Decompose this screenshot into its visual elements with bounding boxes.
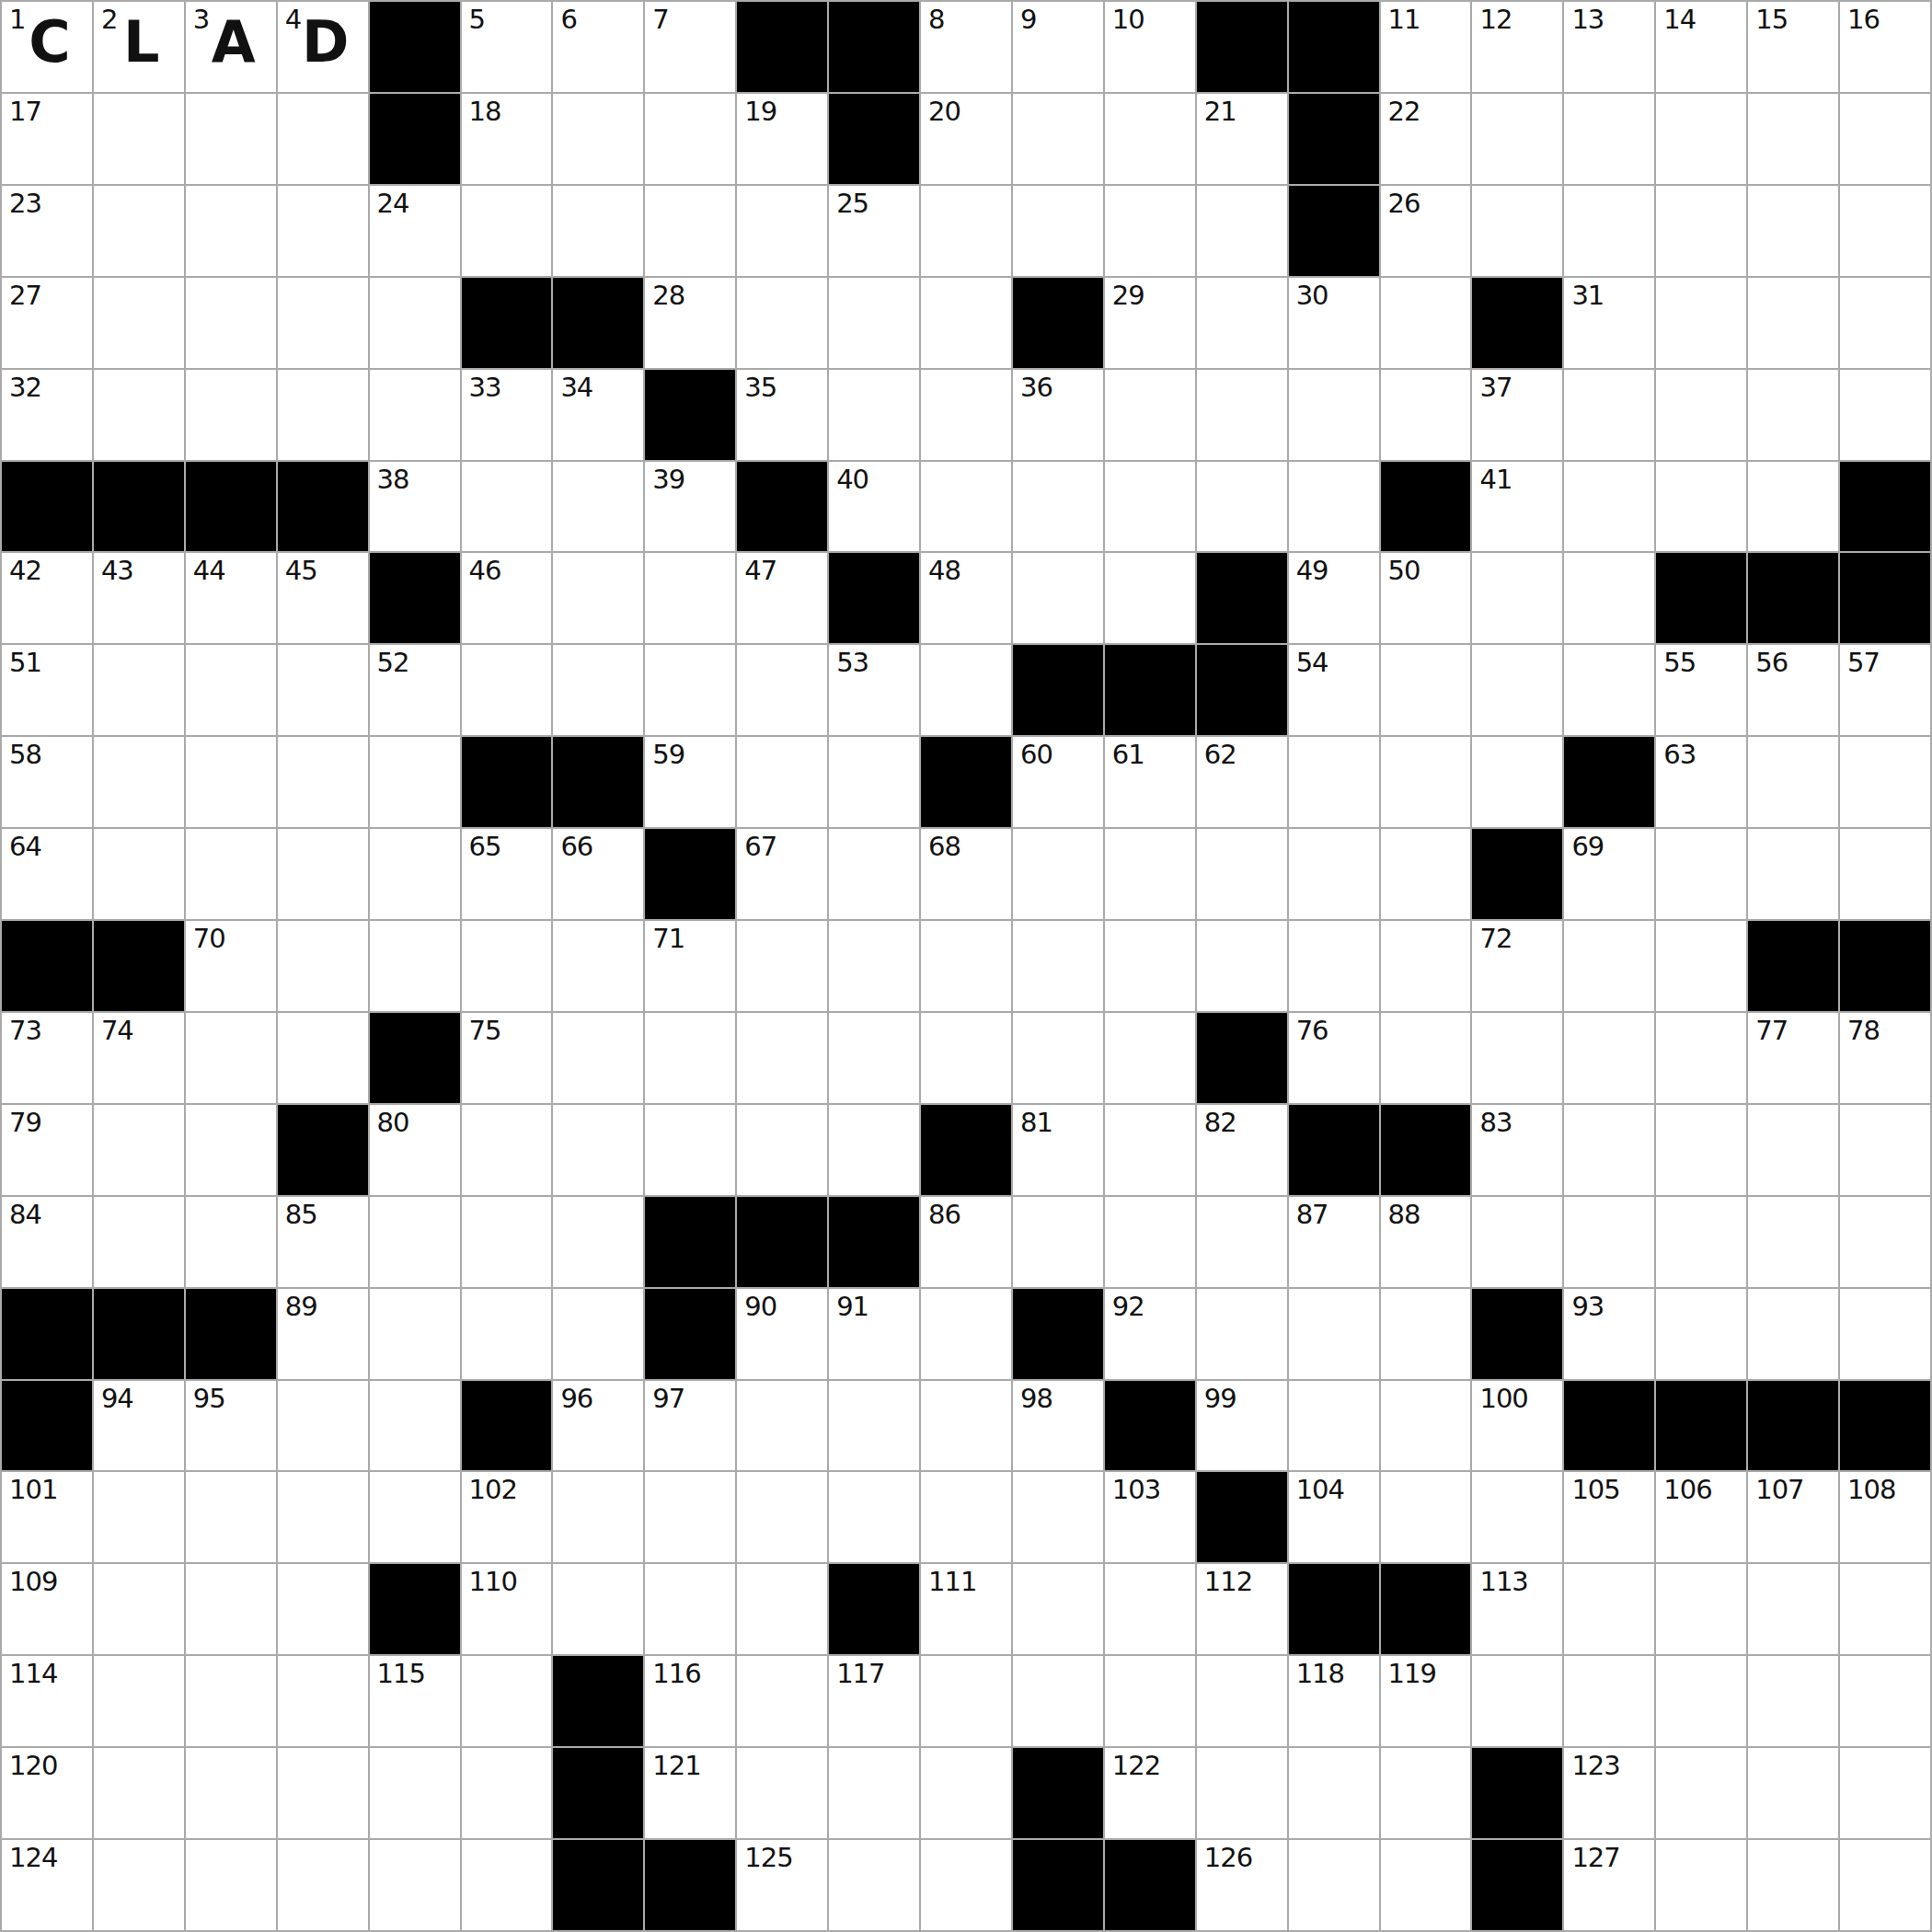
white-cell-r2c17[interactable]: [1472, 94, 1562, 184]
white-cell-r19c9[interactable]: [737, 1656, 827, 1746]
white-cell-r5c21[interactable]: [1840, 370, 1930, 460]
white-cell-r19c21[interactable]: [1840, 1656, 1930, 1746]
white-cell-r15c7[interactable]: [553, 1289, 643, 1379]
white-cell-r5c10[interactable]: [829, 370, 919, 460]
white-cell-r11c11[interactable]: [921, 921, 1011, 1011]
white-cell-r11c4[interactable]: [278, 921, 368, 1011]
white-cell-r10c9[interactable]: 67: [737, 829, 827, 919]
white-cell-r1c19[interactable]: 14: [1656, 2, 1746, 92]
white-cell-r7c9[interactable]: 47: [737, 553, 827, 643]
white-cell-r3c19[interactable]: [1656, 186, 1746, 276]
white-cell-r1c12[interactable]: 9: [1013, 2, 1103, 92]
white-cell-r10c13[interactable]: [1105, 829, 1195, 919]
white-cell-r18c1[interactable]: 109: [2, 1564, 92, 1654]
white-cell-r8c20[interactable]: 56: [1748, 645, 1838, 735]
white-cell-r18c4[interactable]: [278, 1564, 368, 1654]
white-cell-r16c12[interactable]: 98: [1013, 1381, 1103, 1471]
white-cell-r3c20[interactable]: [1748, 186, 1838, 276]
white-cell-r21c21[interactable]: [1840, 1840, 1930, 1930]
white-cell-r13c20[interactable]: [1748, 1105, 1838, 1195]
white-cell-r12c13[interactable]: [1105, 1013, 1195, 1103]
white-cell-r5c5[interactable]: [370, 370, 460, 460]
white-cell-r21c14[interactable]: 126: [1197, 1840, 1287, 1930]
white-cell-r7c4[interactable]: 45: [278, 553, 368, 643]
white-cell-r12c2[interactable]: 74: [94, 1013, 184, 1103]
white-cell-r3c3[interactable]: [186, 186, 276, 276]
white-cell-r20c1[interactable]: 120: [2, 1748, 92, 1838]
white-cell-r6c5[interactable]: 38: [370, 462, 460, 552]
white-cell-r10c15[interactable]: [1289, 829, 1379, 919]
white-cell-r3c6[interactable]: [462, 186, 552, 276]
white-cell-r12c19[interactable]: [1656, 1013, 1746, 1103]
white-cell-r20c3[interactable]: [186, 1748, 276, 1838]
white-cell-r18c14[interactable]: 112: [1197, 1564, 1287, 1654]
white-cell-r16c17[interactable]: 100: [1472, 1381, 1562, 1471]
white-cell-r13c5[interactable]: 80: [370, 1105, 460, 1195]
white-cell-r19c2[interactable]: [94, 1656, 184, 1746]
white-cell-r10c11[interactable]: 68: [921, 829, 1011, 919]
white-cell-r12c8[interactable]: [645, 1013, 735, 1103]
white-cell-r14c13[interactable]: [1105, 1197, 1195, 1287]
white-cell-r19c3[interactable]: [186, 1656, 276, 1746]
white-cell-r8c18[interactable]: [1564, 645, 1654, 735]
white-cell-r15c13[interactable]: 92: [1105, 1289, 1195, 1379]
white-cell-r17c16[interactable]: [1381, 1472, 1471, 1562]
white-cell-r5c16[interactable]: [1381, 370, 1471, 460]
white-cell-r13c19[interactable]: [1656, 1105, 1746, 1195]
white-cell-r19c14[interactable]: [1197, 1656, 1287, 1746]
white-cell-r19c16[interactable]: 119: [1381, 1656, 1471, 1746]
white-cell-r8c2[interactable]: [94, 645, 184, 735]
white-cell-r15c15[interactable]: [1289, 1289, 1379, 1379]
white-cell-r17c1[interactable]: 101: [2, 1472, 92, 1562]
white-cell-r12c10[interactable]: [829, 1013, 919, 1103]
white-cell-r9c20[interactable]: [1748, 737, 1838, 827]
white-cell-r2c13[interactable]: [1105, 94, 1195, 184]
white-cell-r8c16[interactable]: [1381, 645, 1471, 735]
white-cell-r1c6[interactable]: 5: [462, 2, 552, 92]
white-cell-r5c1[interactable]: 32: [2, 370, 92, 460]
white-cell-r2c7[interactable]: [553, 94, 643, 184]
white-cell-r1c20[interactable]: 15: [1748, 2, 1838, 92]
white-cell-r5c14[interactable]: [1197, 370, 1287, 460]
white-cell-r4c16[interactable]: [1381, 278, 1471, 368]
white-cell-r14c12[interactable]: [1013, 1197, 1103, 1287]
white-cell-r18c8[interactable]: [645, 1564, 735, 1654]
white-cell-r14c6[interactable]: [462, 1197, 552, 1287]
white-cell-r15c11[interactable]: [921, 1289, 1011, 1379]
white-cell-r3c21[interactable]: [1840, 186, 1930, 276]
white-cell-r20c14[interactable]: [1197, 1748, 1287, 1838]
white-cell-r15c10[interactable]: 91: [829, 1289, 919, 1379]
white-cell-r17c6[interactable]: 102: [462, 1472, 552, 1562]
white-cell-r13c13[interactable]: [1105, 1105, 1195, 1195]
white-cell-r20c16[interactable]: [1381, 1748, 1471, 1838]
white-cell-r19c4[interactable]: [278, 1656, 368, 1746]
white-cell-r16c5[interactable]: [370, 1381, 460, 1471]
white-cell-r4c20[interactable]: [1748, 278, 1838, 368]
white-cell-r14c18[interactable]: [1564, 1197, 1654, 1287]
white-cell-r3c11[interactable]: [921, 186, 1011, 276]
white-cell-r9c3[interactable]: [186, 737, 276, 827]
white-cell-r17c21[interactable]: 108: [1840, 1472, 1930, 1562]
white-cell-r6c6[interactable]: [462, 462, 552, 552]
white-cell-r19c5[interactable]: 115: [370, 1656, 460, 1746]
white-cell-r17c19[interactable]: 106: [1656, 1472, 1746, 1562]
white-cell-r12c1[interactable]: 73: [2, 1013, 92, 1103]
white-cell-r6c20[interactable]: [1748, 462, 1838, 552]
white-cell-r18c20[interactable]: [1748, 1564, 1838, 1654]
white-cell-r6c15[interactable]: [1289, 462, 1379, 552]
white-cell-r14c5[interactable]: [370, 1197, 460, 1287]
white-cell-r5c11[interactable]: [921, 370, 1011, 460]
white-cell-r18c6[interactable]: 110: [462, 1564, 552, 1654]
white-cell-r21c2[interactable]: [94, 1840, 184, 1930]
white-cell-r10c21[interactable]: [1840, 829, 1930, 919]
white-cell-r18c3[interactable]: [186, 1564, 276, 1654]
white-cell-r4c2[interactable]: [94, 278, 184, 368]
white-cell-r18c2[interactable]: [94, 1564, 184, 1654]
white-cell-r9c19[interactable]: 63: [1656, 737, 1746, 827]
white-cell-r4c9[interactable]: [737, 278, 827, 368]
white-cell-r7c6[interactable]: 46: [462, 553, 552, 643]
white-cell-r15c16[interactable]: [1381, 1289, 1471, 1379]
white-cell-r21c6[interactable]: [462, 1840, 552, 1930]
white-cell-r9c15[interactable]: [1289, 737, 1379, 827]
white-cell-r20c2[interactable]: [94, 1748, 184, 1838]
white-cell-r20c19[interactable]: [1656, 1748, 1746, 1838]
white-cell-r17c8[interactable]: [645, 1472, 735, 1562]
white-cell-r3c12[interactable]: [1013, 186, 1103, 276]
white-cell-r11c16[interactable]: [1381, 921, 1471, 1011]
white-cell-r8c4[interactable]: [278, 645, 368, 735]
white-cell-r3c4[interactable]: [278, 186, 368, 276]
white-cell-r12c20[interactable]: 77: [1748, 1013, 1838, 1103]
white-cell-r20c5[interactable]: [370, 1748, 460, 1838]
white-cell-r7c16[interactable]: 50: [1381, 553, 1471, 643]
white-cell-r5c19[interactable]: [1656, 370, 1746, 460]
white-cell-r17c4[interactable]: [278, 1472, 368, 1562]
white-cell-r4c21[interactable]: [1840, 278, 1930, 368]
white-cell-r1c1[interactable]: 1C: [2, 2, 92, 92]
white-cell-r17c12[interactable]: [1013, 1472, 1103, 1562]
white-cell-r13c14[interactable]: 82: [1197, 1105, 1287, 1195]
white-cell-r3c1[interactable]: 23: [2, 186, 92, 276]
white-cell-r18c19[interactable]: [1656, 1564, 1746, 1654]
white-cell-r8c8[interactable]: [645, 645, 735, 735]
white-cell-r1c4[interactable]: 4D: [278, 2, 368, 92]
white-cell-r17c13[interactable]: 103: [1105, 1472, 1195, 1562]
white-cell-r7c13[interactable]: [1105, 553, 1195, 643]
white-cell-r16c16[interactable]: [1381, 1381, 1471, 1471]
white-cell-r10c10[interactable]: [829, 829, 919, 919]
white-cell-r9c17[interactable]: [1472, 737, 1562, 827]
white-cell-r13c1[interactable]: 79: [2, 1105, 92, 1195]
white-cell-r7c7[interactable]: [553, 553, 643, 643]
white-cell-r6c14[interactable]: [1197, 462, 1287, 552]
white-cell-r19c20[interactable]: [1748, 1656, 1838, 1746]
white-cell-r16c11[interactable]: [921, 1381, 1011, 1471]
white-cell-r3c9[interactable]: [737, 186, 827, 276]
white-cell-r20c20[interactable]: [1748, 1748, 1838, 1838]
white-cell-r11c6[interactable]: [462, 921, 552, 1011]
white-cell-r6c10[interactable]: 40: [829, 462, 919, 552]
white-cell-r20c15[interactable]: [1289, 1748, 1379, 1838]
white-cell-r11c14[interactable]: [1197, 921, 1287, 1011]
white-cell-r14c16[interactable]: 88: [1381, 1197, 1471, 1287]
white-cell-r14c1[interactable]: 84: [2, 1197, 92, 1287]
white-cell-r12c16[interactable]: [1381, 1013, 1471, 1103]
white-cell-r11c15[interactable]: [1289, 921, 1379, 1011]
white-cell-r4c15[interactable]: 30: [1289, 278, 1379, 368]
white-cell-r2c11[interactable]: 20: [921, 94, 1011, 184]
white-cell-r7c15[interactable]: 49: [1289, 553, 1379, 643]
white-cell-r12c4[interactable]: [278, 1013, 368, 1103]
white-cell-r15c20[interactable]: [1748, 1289, 1838, 1379]
white-cell-r20c8[interactable]: 121: [645, 1748, 735, 1838]
white-cell-r9c2[interactable]: [94, 737, 184, 827]
white-cell-r12c18[interactable]: [1564, 1013, 1654, 1103]
white-cell-r1c13[interactable]: 10: [1105, 2, 1195, 92]
white-cell-r18c11[interactable]: 111: [921, 1564, 1011, 1654]
white-cell-r8c17[interactable]: [1472, 645, 1562, 735]
white-cell-r10c1[interactable]: 64: [2, 829, 92, 919]
white-cell-r15c19[interactable]: [1656, 1289, 1746, 1379]
white-cell-r19c6[interactable]: [462, 1656, 552, 1746]
white-cell-r3c14[interactable]: [1197, 186, 1287, 276]
white-cell-r10c19[interactable]: [1656, 829, 1746, 919]
white-cell-r9c16[interactable]: [1381, 737, 1471, 827]
white-cell-r6c13[interactable]: [1105, 462, 1195, 552]
white-cell-r18c12[interactable]: [1013, 1564, 1103, 1654]
white-cell-r19c17[interactable]: [1472, 1656, 1562, 1746]
white-cell-r10c7[interactable]: 66: [553, 829, 643, 919]
white-cell-r4c19[interactable]: [1656, 278, 1746, 368]
white-cell-r6c12[interactable]: [1013, 462, 1103, 552]
white-cell-r3c10[interactable]: 25: [829, 186, 919, 276]
white-cell-r17c5[interactable]: [370, 1472, 460, 1562]
white-cell-r10c2[interactable]: [94, 829, 184, 919]
white-cell-r2c1[interactable]: 17: [2, 94, 92, 184]
white-cell-r13c17[interactable]: 83: [1472, 1105, 1562, 1195]
white-cell-r11c9[interactable]: [737, 921, 827, 1011]
white-cell-r4c3[interactable]: [186, 278, 276, 368]
white-cell-r20c4[interactable]: [278, 1748, 368, 1838]
white-cell-r12c21[interactable]: 78: [1840, 1013, 1930, 1103]
white-cell-r10c20[interactable]: [1748, 829, 1838, 919]
white-cell-r2c12[interactable]: [1013, 94, 1103, 184]
white-cell-r11c19[interactable]: [1656, 921, 1746, 1011]
white-cell-r17c11[interactable]: [921, 1472, 1011, 1562]
white-cell-r20c13[interactable]: 122: [1105, 1748, 1195, 1838]
white-cell-r14c19[interactable]: [1656, 1197, 1746, 1287]
white-cell-r10c3[interactable]: [186, 829, 276, 919]
white-cell-r3c8[interactable]: [645, 186, 735, 276]
white-cell-r5c12[interactable]: 36: [1013, 370, 1103, 460]
white-cell-r17c9[interactable]: [737, 1472, 827, 1562]
white-cell-r1c21[interactable]: 16: [1840, 2, 1930, 92]
white-cell-r8c19[interactable]: 55: [1656, 645, 1746, 735]
white-cell-r12c9[interactable]: [737, 1013, 827, 1103]
white-cell-r17c15[interactable]: 104: [1289, 1472, 1379, 1562]
white-cell-r19c11[interactable]: [921, 1656, 1011, 1746]
white-cell-r17c7[interactable]: [553, 1472, 643, 1562]
white-cell-r13c6[interactable]: [462, 1105, 552, 1195]
white-cell-r8c5[interactable]: 52: [370, 645, 460, 735]
white-cell-r1c2[interactable]: 2L: [94, 2, 184, 92]
white-cell-r5c15[interactable]: [1289, 370, 1379, 460]
white-cell-r14c21[interactable]: [1840, 1197, 1930, 1287]
white-cell-r5c7[interactable]: 34: [553, 370, 643, 460]
white-cell-r5c18[interactable]: [1564, 370, 1654, 460]
white-cell-r2c14[interactable]: 21: [1197, 94, 1287, 184]
white-cell-r10c4[interactable]: [278, 829, 368, 919]
white-cell-r15c21[interactable]: [1840, 1289, 1930, 1379]
white-cell-r13c7[interactable]: [553, 1105, 643, 1195]
white-cell-r6c19[interactable]: [1656, 462, 1746, 552]
white-cell-r4c10[interactable]: [829, 278, 919, 368]
white-cell-r2c18[interactable]: [1564, 94, 1654, 184]
white-cell-r6c17[interactable]: 41: [1472, 462, 1562, 552]
white-cell-r18c21[interactable]: [1840, 1564, 1930, 1654]
white-cell-r13c2[interactable]: [94, 1105, 184, 1195]
white-cell-r7c2[interactable]: 43: [94, 553, 184, 643]
white-cell-r2c20[interactable]: [1748, 94, 1838, 184]
white-cell-r21c15[interactable]: [1289, 1840, 1379, 1930]
white-cell-r15c6[interactable]: [462, 1289, 552, 1379]
white-cell-r21c4[interactable]: [278, 1840, 368, 1930]
white-cell-r11c13[interactable]: [1105, 921, 1195, 1011]
white-cell-r1c17[interactable]: 12: [1472, 2, 1562, 92]
white-cell-r4c13[interactable]: 29: [1105, 278, 1195, 368]
white-cell-r19c19[interactable]: [1656, 1656, 1746, 1746]
white-cell-r8c15[interactable]: 54: [1289, 645, 1379, 735]
white-cell-r21c10[interactable]: [829, 1840, 919, 1930]
white-cell-r3c7[interactable]: [553, 186, 643, 276]
white-cell-r17c10[interactable]: [829, 1472, 919, 1562]
white-cell-r19c8[interactable]: 116: [645, 1656, 735, 1746]
white-cell-r19c12[interactable]: [1013, 1656, 1103, 1746]
white-cell-r4c14[interactable]: [1197, 278, 1287, 368]
white-cell-r14c11[interactable]: 86: [921, 1197, 1011, 1287]
white-cell-r13c12[interactable]: 81: [1013, 1105, 1103, 1195]
white-cell-r4c4[interactable]: [278, 278, 368, 368]
white-cell-r10c5[interactable]: [370, 829, 460, 919]
white-cell-r14c17[interactable]: [1472, 1197, 1562, 1287]
white-cell-r5c6[interactable]: 33: [462, 370, 552, 460]
white-cell-r6c7[interactable]: [553, 462, 643, 552]
white-cell-r21c18[interactable]: 127: [1564, 1840, 1654, 1930]
white-cell-r3c5[interactable]: 24: [370, 186, 460, 276]
white-cell-r16c10[interactable]: [829, 1381, 919, 1471]
white-cell-r20c18[interactable]: 123: [1564, 1748, 1654, 1838]
white-cell-r2c3[interactable]: [186, 94, 276, 184]
white-cell-r17c2[interactable]: [94, 1472, 184, 1562]
white-cell-r7c12[interactable]: [1013, 553, 1103, 643]
white-cell-r12c15[interactable]: 76: [1289, 1013, 1379, 1103]
white-cell-r4c11[interactable]: [921, 278, 1011, 368]
white-cell-r17c3[interactable]: [186, 1472, 276, 1562]
white-cell-r20c21[interactable]: [1840, 1748, 1930, 1838]
white-cell-r13c10[interactable]: [829, 1105, 919, 1195]
white-cell-r8c7[interactable]: [553, 645, 643, 735]
white-cell-r12c11[interactable]: [921, 1013, 1011, 1103]
white-cell-r16c9[interactable]: [737, 1381, 827, 1471]
white-cell-r15c9[interactable]: 90: [737, 1289, 827, 1379]
white-cell-r5c3[interactable]: [186, 370, 276, 460]
white-cell-r8c10[interactable]: 53: [829, 645, 919, 735]
white-cell-r14c20[interactable]: [1748, 1197, 1838, 1287]
white-cell-r18c9[interactable]: [737, 1564, 827, 1654]
white-cell-r2c21[interactable]: [1840, 94, 1930, 184]
white-cell-r19c1[interactable]: 114: [2, 1656, 92, 1746]
white-cell-r9c14[interactable]: 62: [1197, 737, 1287, 827]
white-cell-r20c10[interactable]: [829, 1748, 919, 1838]
white-cell-r3c17[interactable]: [1472, 186, 1562, 276]
white-cell-r17c17[interactable]: [1472, 1472, 1562, 1562]
white-cell-r16c15[interactable]: [1289, 1381, 1379, 1471]
white-cell-r3c18[interactable]: [1564, 186, 1654, 276]
white-cell-r21c11[interactable]: [921, 1840, 1011, 1930]
white-cell-r8c21[interactable]: 57: [1840, 645, 1930, 735]
white-cell-r13c8[interactable]: [645, 1105, 735, 1195]
white-cell-r2c16[interactable]: 22: [1381, 94, 1471, 184]
white-cell-r21c5[interactable]: [370, 1840, 460, 1930]
white-cell-r8c9[interactable]: [737, 645, 827, 735]
white-cell-r12c7[interactable]: [553, 1013, 643, 1103]
white-cell-r7c17[interactable]: [1472, 553, 1562, 643]
white-cell-r11c18[interactable]: [1564, 921, 1654, 1011]
white-cell-r6c8[interactable]: 39: [645, 462, 735, 552]
white-cell-r9c12[interactable]: 60: [1013, 737, 1103, 827]
white-cell-r15c5[interactable]: [370, 1289, 460, 1379]
white-cell-r3c2[interactable]: [94, 186, 184, 276]
white-cell-r1c18[interactable]: 13: [1564, 2, 1654, 92]
white-cell-r1c3[interactable]: 3A: [186, 2, 276, 92]
white-cell-r18c18[interactable]: [1564, 1564, 1654, 1654]
white-cell-r7c1[interactable]: 42: [2, 553, 92, 643]
white-cell-r15c4[interactable]: 89: [278, 1289, 368, 1379]
white-cell-r4c8[interactable]: 28: [645, 278, 735, 368]
white-cell-r9c9[interactable]: [737, 737, 827, 827]
white-cell-r21c9[interactable]: 125: [737, 1840, 827, 1930]
white-cell-r4c1[interactable]: 27: [2, 278, 92, 368]
white-cell-r9c21[interactable]: [1840, 737, 1930, 827]
white-cell-r1c11[interactable]: 8: [921, 2, 1011, 92]
white-cell-r13c9[interactable]: [737, 1105, 827, 1195]
white-cell-r9c10[interactable]: [829, 737, 919, 827]
white-cell-r21c16[interactable]: [1381, 1840, 1471, 1930]
white-cell-r7c8[interactable]: [645, 553, 735, 643]
white-cell-r3c13[interactable]: [1105, 186, 1195, 276]
white-cell-r10c6[interactable]: 65: [462, 829, 552, 919]
white-cell-r9c1[interactable]: 58: [2, 737, 92, 827]
white-cell-r13c18[interactable]: [1564, 1105, 1654, 1195]
white-cell-r8c1[interactable]: 51: [2, 645, 92, 735]
white-cell-r17c18[interactable]: 105: [1564, 1472, 1654, 1562]
white-cell-r19c13[interactable]: [1105, 1656, 1195, 1746]
white-cell-r20c11[interactable]: [921, 1748, 1011, 1838]
white-cell-r5c4[interactable]: [278, 370, 368, 460]
white-cell-r15c14[interactable]: [1197, 1289, 1287, 1379]
white-cell-r11c10[interactable]: [829, 921, 919, 1011]
white-cell-r12c6[interactable]: 75: [462, 1013, 552, 1103]
white-cell-r2c2[interactable]: [94, 94, 184, 184]
white-cell-r2c8[interactable]: [645, 94, 735, 184]
white-cell-r13c21[interactable]: [1840, 1105, 1930, 1195]
white-cell-r2c9[interactable]: 19: [737, 94, 827, 184]
white-cell-r16c4[interactable]: [278, 1381, 368, 1471]
